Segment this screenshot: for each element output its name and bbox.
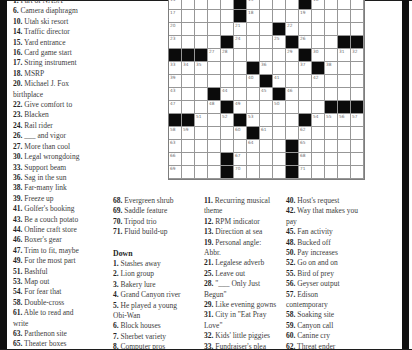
- cell-number: 15: [248, 0, 253, 2]
- clue-text: Soaking site: [295, 310, 334, 319]
- grid-cell: [299, 75, 312, 88]
- clue-line: 31. City in "Eat Pray Love": [204, 310, 296, 331]
- cell-number: 71: [300, 166, 305, 171]
- grid-cell: 40: [247, 75, 260, 88]
- cell-number: 61: [261, 127, 266, 132]
- grid-cell: [221, 75, 234, 88]
- cell-number: 16: [313, 0, 318, 2]
- grid-cell: [338, 88, 351, 101]
- down-header: Down: [113, 249, 205, 259]
- clue-line: 57. Edison contemporary: [286, 290, 388, 311]
- grid-cell: 20: [169, 23, 182, 36]
- clue-text: Support beam: [22, 163, 66, 172]
- clue-number: 39.: [13, 194, 22, 203]
- black-square: [221, 166, 234, 179]
- cell-number: 30: [313, 49, 318, 54]
- clue-number: 69.: [113, 206, 122, 215]
- clue-line: 33. Support beam: [13, 163, 113, 173]
- cell-number: 65: [300, 140, 305, 145]
- clue-line: 16. Card game start: [13, 48, 113, 58]
- clue-number: 29.: [204, 300, 213, 309]
- cell-number: 45: [261, 88, 266, 93]
- grid-cell: 44: [221, 88, 234, 101]
- cell-number: 34: [183, 62, 188, 67]
- grid-cell: [195, 88, 208, 101]
- grid-cell: 18: [247, 10, 260, 23]
- clue-text: Go on and on: [295, 258, 338, 267]
- grid-cell: [247, 153, 260, 166]
- cell-number: 68: [300, 153, 305, 158]
- black-square: [234, 0, 247, 10]
- black-square: [221, 153, 234, 166]
- grid-cell: [299, 101, 312, 114]
- cell-number: 58: [170, 127, 175, 132]
- clue-text: For the most part: [22, 256, 75, 265]
- clue-line: 69. Saddle feature: [113, 206, 205, 216]
- clue-number: 24.: [13, 121, 22, 130]
- clue-number: 48.: [286, 238, 295, 247]
- grid-cell: [325, 49, 338, 62]
- clue-text: Yard entrance: [22, 38, 65, 47]
- clue-text: Sherbet variety: [119, 332, 166, 341]
- clue-text: Way that makes you pay: [286, 206, 358, 225]
- cell-number: 23: [170, 36, 175, 41]
- black-square: [286, 36, 299, 49]
- crossword-grid: 1234567891011121314151617181920212223242…: [168, 0, 365, 180]
- clue-line: 15. Yard entrance: [13, 38, 113, 48]
- clue-line: 26. ___ and vigor: [13, 131, 113, 141]
- grid-cell: 42: [312, 75, 325, 88]
- clue-text: Canine cry: [295, 331, 330, 340]
- clue-number: 56.: [286, 279, 295, 288]
- clue-line: 63. Parthenon site: [13, 329, 113, 339]
- clue-line: 43. Be a couch potato: [13, 215, 113, 225]
- clue-line: 41. Golfer's booking: [13, 204, 113, 214]
- grid-cell: 36: [260, 62, 273, 75]
- clue-number: 45.: [286, 227, 295, 236]
- grid-cell: [351, 153, 364, 166]
- grid-cell: 22: [286, 23, 299, 36]
- clue-line: 71. Fluid build-up: [113, 227, 205, 237]
- cell-number: 32: [352, 49, 357, 54]
- clue-line: 39. Freeze up: [13, 194, 113, 204]
- grid-cell: [221, 127, 234, 140]
- clue-number: 65.: [13, 339, 22, 348]
- cell-number: 35: [196, 62, 201, 67]
- grid-cell: [286, 127, 299, 140]
- clue-line: 47. Trim to fit, maybe: [13, 246, 113, 256]
- scan-right-edge-bar: [402, 0, 409, 350]
- clue-line: 53. Map out: [13, 277, 113, 287]
- black-square: [195, 49, 208, 62]
- clue-text: Be a couch potato: [22, 215, 78, 224]
- grid-cell: [221, 140, 234, 153]
- clue-number: 44.: [13, 225, 22, 234]
- grid-cell: [234, 88, 247, 101]
- clue-line: 40. Host's request: [286, 196, 388, 206]
- grid-cell: [195, 140, 208, 153]
- clue-line: 22. Give comfort to: [13, 100, 113, 110]
- clue-line: 11. Recurring musical theme: [204, 196, 296, 217]
- cell-number: 22: [287, 23, 292, 28]
- cell-number: 49: [235, 101, 240, 106]
- clue-text: Trim to fit, maybe: [22, 246, 78, 255]
- clue-text: Direction at sea: [213, 227, 262, 236]
- black-square: [221, 36, 234, 49]
- grid-cell: 29: [286, 49, 299, 62]
- clue-number: 33.: [13, 163, 22, 172]
- clue-number: 42.: [286, 206, 295, 215]
- grid-cell: [351, 75, 364, 88]
- grid-cell: 48: [208, 101, 221, 114]
- cell-number: 47: [170, 101, 175, 106]
- clue-text: Geyser output: [295, 279, 339, 288]
- grid-cell: [182, 0, 195, 10]
- grid-cell: 49: [234, 101, 247, 114]
- grid-cell: [208, 75, 221, 88]
- cell-number: 33: [170, 62, 175, 67]
- clue-text: Bakery lure: [119, 280, 156, 289]
- grid-cell: [351, 166, 364, 179]
- clue-line: 68. Evergreen shrub: [113, 196, 205, 206]
- clue-text: Map out: [22, 277, 49, 286]
- clue-text: Fan activity: [295, 227, 333, 236]
- grid-cell: 64: [247, 140, 260, 153]
- grid-cell: [338, 10, 351, 23]
- grid-cell: [247, 36, 260, 49]
- clue-text: Give comfort to: [22, 100, 72, 109]
- grid-cell: [312, 10, 325, 23]
- clue-text: Like evening gowns: [213, 300, 276, 309]
- grid-cell: [273, 140, 286, 153]
- grid-cell: [273, 10, 286, 23]
- grid-cell: [195, 101, 208, 114]
- clue-text: He played a young Obi-Wan: [113, 301, 177, 320]
- grid-cell: [195, 10, 208, 23]
- clue-line: 14. Traffic director: [13, 27, 113, 37]
- cell-number: 70: [235, 166, 240, 171]
- clue-text: More than cool: [22, 142, 70, 151]
- grid-cell: 43: [169, 88, 182, 101]
- clue-text: Blacken: [22, 110, 48, 119]
- cell-number: 60: [235, 127, 240, 132]
- cell-number: 21: [235, 23, 240, 28]
- grid-cell: 46: [286, 88, 299, 101]
- grid-cell: [286, 75, 299, 88]
- grid-cell: 34: [182, 62, 195, 75]
- grid-cell: 59: [182, 127, 195, 140]
- grid-cell: 37: [299, 62, 312, 75]
- cell-number: 48: [209, 101, 214, 106]
- clue-text: Stashes away: [119, 259, 161, 268]
- grid-cell: [312, 23, 325, 36]
- clue-line: 58. Double-cross: [13, 298, 113, 308]
- grid-cell: [273, 127, 286, 140]
- grid-cell: [325, 36, 338, 49]
- grid-cell: [195, 23, 208, 36]
- cell-number: 31: [339, 49, 344, 54]
- clue-number: 15.: [13, 38, 22, 47]
- grid-cell: [338, 153, 351, 166]
- cell-number: 52: [222, 114, 227, 119]
- grid-cell: 35: [195, 62, 208, 75]
- cell-number: 57: [352, 114, 357, 119]
- grid-cell: 27: [208, 49, 221, 62]
- black-square: [182, 49, 195, 62]
- grid-cell: [182, 23, 195, 36]
- grid-cell: [234, 49, 247, 62]
- grid-cell: 54: [312, 114, 325, 127]
- clue-number: 40.: [286, 196, 295, 205]
- clue-number: 41.: [13, 204, 22, 213]
- clue-number: 32.: [204, 331, 213, 340]
- cell-number: 56: [339, 114, 344, 119]
- clue-text: Rail rider: [22, 121, 52, 130]
- cell-number: 24: [235, 36, 240, 41]
- grid-cell: [182, 10, 195, 23]
- grid-cell: [195, 36, 208, 49]
- grid-cell: [338, 23, 351, 36]
- clue-number: 12.: [204, 217, 213, 226]
- grid-cell: 58: [169, 127, 182, 140]
- cell-number: 25: [274, 36, 279, 41]
- grid-cell: [286, 101, 299, 114]
- clue-line: 30. Legal wrongdoing: [13, 152, 113, 162]
- grid-cell: [351, 140, 364, 153]
- clue-line: 38. Far-many link: [13, 183, 113, 193]
- clue-line: 1. Stashes away: [113, 259, 205, 269]
- clue-line: 5. He played a young Obi-Wan: [113, 301, 205, 322]
- grid-cell: [325, 166, 338, 179]
- cell-number: 36: [261, 62, 266, 67]
- clue-line: 19. Personal angle: Abbr.: [204, 238, 296, 259]
- cell-number: 17: [170, 10, 175, 15]
- grid-cell: [338, 127, 351, 140]
- clue-number: 20.: [13, 79, 22, 88]
- grid-cell: [182, 36, 195, 49]
- grid-cell: 71: [299, 166, 312, 179]
- grid-cell: [182, 75, 195, 88]
- black-square: [312, 62, 325, 75]
- grid-cell: 53: [247, 114, 260, 127]
- grid-cell: [208, 10, 221, 23]
- grid-cell: [208, 166, 221, 179]
- cell-number: 51: [196, 114, 201, 119]
- grid-cell: [260, 23, 273, 36]
- cell-number: 69: [170, 166, 175, 171]
- cell-number: 20: [170, 23, 175, 28]
- cell-number: 50: [274, 101, 279, 106]
- clue-line: 21. Legalese adverb: [204, 258, 296, 268]
- clue-number: 53.: [13, 277, 22, 286]
- grid-cell: [312, 153, 325, 166]
- black-square: [351, 36, 364, 49]
- grid-cell: [312, 101, 325, 114]
- clue-line: 51. Bashful: [13, 267, 113, 277]
- grid-cell: [234, 75, 247, 88]
- clue-number: 30.: [13, 152, 22, 161]
- grid-cell: [195, 0, 208, 10]
- scanned-crossword-page: 1234567891011121314151617181920212223242…: [0, 0, 412, 350]
- clue-line: 29. Like evening gowns: [204, 300, 296, 310]
- grid-cell: 45: [260, 88, 273, 101]
- grid-cell: [273, 153, 286, 166]
- black-square: [247, 127, 260, 140]
- clue-number: 26.: [13, 131, 22, 140]
- clue-number: 16.: [13, 48, 22, 57]
- clue-text: Sag in the sun: [22, 173, 66, 182]
- cell-number: 67: [235, 153, 240, 158]
- clue-line: 70. Tripod trio: [113, 217, 205, 227]
- grid-cell: [208, 23, 221, 36]
- cell-number: 43: [170, 88, 175, 93]
- cell-number: 19: [300, 10, 305, 15]
- cell-number: 37: [300, 62, 305, 67]
- grid-cell: 65: [299, 140, 312, 153]
- grid-cell: 70: [234, 166, 247, 179]
- clue-text: Tripod trio: [122, 217, 156, 226]
- clue-number: 13.: [204, 227, 213, 236]
- clue-text: Able to read and write: [13, 308, 74, 327]
- grid-cell: [208, 153, 221, 166]
- grid-cell: [325, 10, 338, 23]
- clue-number: 23.: [13, 110, 22, 119]
- grid-cell: [351, 0, 364, 10]
- clue-number: 27.: [13, 142, 22, 151]
- grid-cell: [273, 49, 286, 62]
- grid-cell: [182, 166, 195, 179]
- clue-line: 2. Lion group: [113, 269, 205, 279]
- grid-cell: [325, 88, 338, 101]
- grid-cell: [247, 166, 260, 179]
- grid-cell: [247, 49, 260, 62]
- grid-cell: [208, 114, 221, 127]
- clue-text: Personal angle: Abbr.: [204, 238, 261, 257]
- cell-number: 41: [274, 75, 279, 80]
- clue-line: 18. MSRP: [13, 69, 113, 79]
- clue-line: 60. Canine cry: [286, 331, 388, 341]
- clue-number: 49.: [13, 256, 22, 265]
- clue-text: Boxer's gear: [22, 235, 61, 244]
- clue-text: Camera diaphragm: [19, 6, 78, 15]
- clue-text: Michael J. Fox birthplace: [13, 79, 69, 98]
- clue-number: 21.: [204, 258, 213, 267]
- grid-cell: [286, 114, 299, 127]
- grid-cell: [260, 153, 273, 166]
- grid-cell: [260, 166, 273, 179]
- grid-cell: 47: [169, 101, 182, 114]
- clue-line: 17. String instrument: [13, 58, 113, 68]
- clue-number: 55.: [286, 269, 295, 278]
- grid-cell: [325, 127, 338, 140]
- clue-text: Freeze up: [22, 194, 53, 203]
- black-square: [351, 101, 364, 114]
- clue-number: 58.: [13, 298, 22, 307]
- grid-cell: [325, 75, 338, 88]
- down-clues-column-2: 11. Recurring musical theme12. RPM indic…: [204, 196, 296, 350]
- clue-text: City in "Eat Pray Love": [204, 310, 266, 329]
- grid-cell: [260, 140, 273, 153]
- cell-number: 40: [248, 75, 253, 80]
- clue-line: 52. Go on and on: [286, 258, 388, 268]
- clue-text: MSRP: [22, 69, 44, 78]
- clue-line: 61. Able to read and write: [13, 308, 113, 329]
- cell-number: 54: [313, 114, 318, 119]
- clue-line: 27. More than cool: [13, 142, 113, 152]
- clue-number: 28.: [204, 279, 213, 288]
- clue-text: Online craft store: [22, 225, 76, 234]
- grid-cell: [221, 23, 234, 36]
- clue-line: 12. RPM indicator: [204, 217, 296, 227]
- clue-line: 44. Online craft store: [13, 225, 113, 235]
- grid-cell: [273, 62, 286, 75]
- spacer: [113, 238, 205, 249]
- clue-number: 36.: [13, 173, 22, 182]
- grid-cell: 67: [234, 153, 247, 166]
- grid-cell: [221, 0, 234, 10]
- grid-cell: 50: [273, 101, 286, 114]
- clue-line: 20. Michael J. Fox birthplace: [13, 79, 113, 100]
- grid-cell: 55: [325, 114, 338, 127]
- cell-number: 63: [170, 140, 175, 145]
- grid-cell: [312, 88, 325, 101]
- black-square: [169, 49, 182, 62]
- grid-cell: [260, 49, 273, 62]
- across-clues-column: 1. Part of NASA6. Camera diaphragm10. Ut…: [13, 0, 113, 350]
- clue-number: 38.: [13, 183, 22, 192]
- clue-text: Saddle feature: [122, 206, 167, 215]
- clue-line: 4. Grand Canyon river: [113, 290, 205, 300]
- clue-text: Legal wrongdoing: [22, 152, 79, 161]
- grid-cell: [195, 166, 208, 179]
- grid-cell: 41: [273, 75, 286, 88]
- cell-number: 26: [300, 36, 305, 41]
- clue-text: Far-many link: [22, 183, 66, 192]
- clue-text: Fluid build-up: [122, 227, 167, 236]
- grid-cell: 66: [169, 153, 182, 166]
- clue-line: 6. Block houses: [113, 321, 205, 331]
- clue-number: 46.: [13, 235, 22, 244]
- clue-text: String instrument: [22, 58, 76, 67]
- clue-text: Grand Canyon river: [119, 290, 181, 299]
- cell-number: 38: [326, 62, 331, 67]
- grid-cell: [312, 140, 325, 153]
- cell-number: 28: [222, 49, 227, 54]
- cell-number: 46: [287, 88, 292, 93]
- black-square: [273, 88, 286, 101]
- clue-text: Bucked off: [295, 238, 330, 247]
- clue-number: 52.: [286, 258, 295, 267]
- clue-text: For fear that: [22, 287, 61, 296]
- clue-line: 23. Blacken: [13, 110, 113, 120]
- grid-cell: 15: [247, 0, 260, 10]
- clue-text: RPM indicator: [213, 217, 259, 226]
- clue-number: 63.: [13, 329, 22, 338]
- clue-number: 17.: [13, 58, 22, 67]
- grid-cell: [325, 140, 338, 153]
- clue-number: 51.: [13, 267, 22, 276]
- clue-text: Bird of prey: [295, 269, 334, 278]
- grid-cell: [208, 0, 221, 10]
- grid-cell: [208, 140, 221, 153]
- clue-line: 32. Kids' little piggies: [204, 331, 296, 341]
- cell-number: 18: [248, 10, 253, 15]
- grid-cell: 19: [299, 10, 312, 23]
- grid-cell: 39: [169, 75, 182, 88]
- grid-cell: 52: [221, 114, 234, 127]
- grid-cell: [338, 62, 351, 75]
- grid-cell: [351, 23, 364, 36]
